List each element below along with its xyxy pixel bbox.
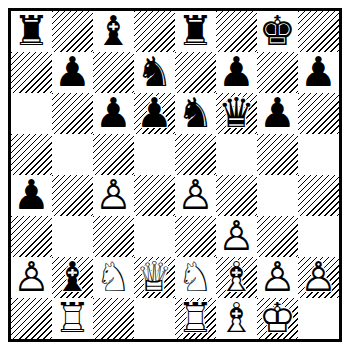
square-b3[interactable] — [52, 216, 93, 257]
piece-fill-silhouette: ♟ — [93, 93, 134, 134]
square-g6[interactable]: ♟♟ — [257, 93, 298, 134]
piece-glyph: ♗ — [216, 257, 257, 298]
piece-glyph: ♟ — [134, 93, 175, 134]
piece-glyph: ♚ — [257, 11, 298, 52]
piece-white-knight[interactable]: ♞♘ — [93, 257, 134, 298]
piece-glyph: ♟ — [11, 175, 52, 216]
piece-glyph: ♟ — [216, 52, 257, 93]
square-e8[interactable]: ♜♜ — [175, 11, 216, 52]
square-b4[interactable] — [52, 175, 93, 216]
square-h5[interactable] — [298, 134, 339, 175]
piece-glyph: ♟ — [52, 52, 93, 93]
piece-black-bishop[interactable]: ♝♝ — [93, 11, 134, 52]
piece-fill-silhouette: ♝ — [52, 257, 93, 298]
square-a2[interactable]: ♟♙ — [11, 257, 52, 298]
square-a8[interactable]: ♜♜ — [11, 11, 52, 52]
piece-glyph: ♙ — [216, 216, 257, 257]
piece-glyph: ♝ — [52, 257, 93, 298]
square-b7[interactable]: ♟♟ — [52, 52, 93, 93]
piece-fill-silhouette: ♞ — [175, 93, 216, 134]
square-h4[interactable] — [298, 175, 339, 216]
square-e7[interactable] — [175, 52, 216, 93]
piece-glyph: ♘ — [175, 257, 216, 298]
square-a5[interactable] — [11, 134, 52, 175]
square-d3[interactable] — [134, 216, 175, 257]
piece-fill-silhouette: ♟ — [216, 216, 257, 257]
piece-fill-silhouette: ♟ — [257, 257, 298, 298]
square-c7[interactable] — [93, 52, 134, 93]
square-h8[interactable] — [298, 11, 339, 52]
square-h6[interactable] — [298, 93, 339, 134]
piece-white-pawn[interactable]: ♟♙ — [257, 257, 298, 298]
square-a1[interactable] — [11, 298, 52, 339]
piece-fill-silhouette: ♛ — [216, 93, 257, 134]
square-g1[interactable]: ♚♔ — [257, 298, 298, 339]
square-c6[interactable]: ♟♟ — [93, 93, 134, 134]
square-c2[interactable]: ♞♘ — [93, 257, 134, 298]
square-g5[interactable] — [257, 134, 298, 175]
square-f6[interactable]: ♛♛ — [216, 93, 257, 134]
chess-board: ♜♜♝♝♜♜♚♚♟♟♞♞♟♟♟♟♟♟♟♟♞♞♛♛♟♟♟♟♟♙♟♙♟♙♟♙♝♝♞♘… — [8, 8, 342, 342]
piece-white-pawn[interactable]: ♟♙ — [93, 175, 134, 216]
square-a6[interactable] — [11, 93, 52, 134]
piece-white-rook[interactable]: ♜♖ — [52, 298, 93, 339]
square-d4[interactable] — [134, 175, 175, 216]
piece-fill-silhouette: ♝ — [93, 11, 134, 52]
piece-black-pawn[interactable]: ♟♟ — [298, 52, 339, 93]
piece-fill-silhouette: ♜ — [175, 11, 216, 52]
piece-black-pawn[interactable]: ♟♟ — [11, 175, 52, 216]
piece-fill-silhouette: ♝ — [216, 298, 257, 339]
piece-black-pawn[interactable]: ♟♟ — [216, 52, 257, 93]
square-b8[interactable] — [52, 11, 93, 52]
piece-fill-silhouette: ♟ — [93, 175, 134, 216]
piece-fill-silhouette: ♟ — [52, 52, 93, 93]
square-f8[interactable] — [216, 11, 257, 52]
square-g2[interactable]: ♟♙ — [257, 257, 298, 298]
square-f2[interactable]: ♝♗ — [216, 257, 257, 298]
piece-fill-silhouette: ♟ — [11, 257, 52, 298]
chess-diagram-page: ♜♜♝♝♜♜♚♚♟♟♞♞♟♟♟♟♟♟♟♟♞♞♛♛♟♟♟♟♟♙♟♙♟♙♟♙♝♝♞♘… — [0, 0, 350, 350]
piece-fill-silhouette: ♟ — [11, 175, 52, 216]
square-f5[interactable] — [216, 134, 257, 175]
piece-fill-silhouette: ♜ — [11, 11, 52, 52]
square-e1[interactable]: ♜♖ — [175, 298, 216, 339]
square-f4[interactable] — [216, 175, 257, 216]
square-a3[interactable] — [11, 216, 52, 257]
square-f7[interactable]: ♟♟ — [216, 52, 257, 93]
piece-white-bishop[interactable]: ♝♗ — [216, 257, 257, 298]
square-c1[interactable] — [93, 298, 134, 339]
piece-glyph: ♛ — [216, 93, 257, 134]
square-c4[interactable]: ♟♙ — [93, 175, 134, 216]
square-e2[interactable]: ♞♘ — [175, 257, 216, 298]
piece-black-pawn[interactable]: ♟♟ — [134, 93, 175, 134]
square-e3[interactable] — [175, 216, 216, 257]
square-e5[interactable] — [175, 134, 216, 175]
piece-fill-silhouette: ♜ — [52, 298, 93, 339]
piece-glyph: ♗ — [216, 298, 257, 339]
square-g7[interactable] — [257, 52, 298, 93]
piece-glyph: ♟ — [298, 52, 339, 93]
square-b6[interactable] — [52, 93, 93, 134]
piece-black-knight[interactable]: ♞♞ — [175, 93, 216, 134]
piece-fill-silhouette: ♝ — [216, 257, 257, 298]
piece-fill-silhouette: ♟ — [298, 257, 339, 298]
square-f1[interactable]: ♝♗ — [216, 298, 257, 339]
piece-black-knight[interactable]: ♞♞ — [134, 52, 175, 93]
piece-glyph: ♞ — [175, 93, 216, 134]
square-b2[interactable]: ♝♝ — [52, 257, 93, 298]
piece-glyph: ♝ — [93, 11, 134, 52]
piece-glyph: ♙ — [298, 257, 339, 298]
piece-fill-silhouette: ♛ — [134, 257, 175, 298]
square-g4[interactable] — [257, 175, 298, 216]
piece-fill-silhouette: ♟ — [257, 93, 298, 134]
square-g3[interactable] — [257, 216, 298, 257]
piece-white-knight[interactable]: ♞♘ — [175, 257, 216, 298]
square-h3[interactable] — [298, 216, 339, 257]
square-b5[interactable] — [52, 134, 93, 175]
piece-glyph: ♟ — [93, 93, 134, 134]
piece-fill-silhouette: ♟ — [298, 52, 339, 93]
piece-glyph: ♞ — [134, 52, 175, 93]
piece-fill-silhouette: ♚ — [257, 298, 298, 339]
square-c8[interactable]: ♝♝ — [93, 11, 134, 52]
square-e6[interactable]: ♞♞ — [175, 93, 216, 134]
square-h1[interactable] — [298, 298, 339, 339]
square-h7[interactable]: ♟♟ — [298, 52, 339, 93]
square-c3[interactable] — [93, 216, 134, 257]
square-e4[interactable]: ♟♙ — [175, 175, 216, 216]
piece-glyph: ♖ — [175, 298, 216, 339]
square-d6[interactable]: ♟♟ — [134, 93, 175, 134]
piece-black-pawn[interactable]: ♟♟ — [257, 93, 298, 134]
piece-glyph: ♖ — [52, 298, 93, 339]
square-h2[interactable]: ♟♙ — [298, 257, 339, 298]
piece-white-pawn[interactable]: ♟♙ — [175, 175, 216, 216]
square-f3[interactable]: ♟♙ — [216, 216, 257, 257]
square-d1[interactable] — [134, 298, 175, 339]
piece-glyph: ♜ — [175, 11, 216, 52]
square-a4[interactable]: ♟♟ — [11, 175, 52, 216]
piece-fill-silhouette: ♟ — [216, 52, 257, 93]
piece-glyph: ♙ — [175, 175, 216, 216]
piece-glyph: ♘ — [93, 257, 134, 298]
square-b1[interactable]: ♜♖ — [52, 298, 93, 339]
piece-black-rook[interactable]: ♜♜ — [11, 11, 52, 52]
piece-glyph: ♙ — [93, 175, 134, 216]
piece-fill-silhouette: ♞ — [134, 52, 175, 93]
piece-glyph: ♕ — [134, 257, 175, 298]
piece-fill-silhouette: ♞ — [93, 257, 134, 298]
piece-white-pawn[interactable]: ♟♙ — [216, 216, 257, 257]
piece-white-pawn[interactable]: ♟♙ — [298, 257, 339, 298]
piece-glyph: ♟ — [257, 93, 298, 134]
piece-white-rook[interactable]: ♜♖ — [175, 298, 216, 339]
square-d8[interactable] — [134, 11, 175, 52]
piece-black-pawn[interactable]: ♟♟ — [52, 52, 93, 93]
piece-black-queen[interactable]: ♛♛ — [216, 93, 257, 134]
piece-glyph: ♙ — [257, 257, 298, 298]
piece-white-bishop[interactable]: ♝♗ — [216, 298, 257, 339]
square-g8[interactable]: ♚♚ — [257, 11, 298, 52]
square-d7[interactable]: ♞♞ — [134, 52, 175, 93]
piece-glyph: ♜ — [11, 11, 52, 52]
piece-black-bishop[interactable]: ♝♝ — [52, 257, 93, 298]
piece-black-rook[interactable]: ♜♜ — [175, 11, 216, 52]
piece-white-queen[interactable]: ♛♕ — [134, 257, 175, 298]
square-c5[interactable] — [93, 134, 134, 175]
square-d2[interactable]: ♛♕ — [134, 257, 175, 298]
piece-glyph: ♙ — [11, 257, 52, 298]
piece-fill-silhouette: ♜ — [175, 298, 216, 339]
piece-glyph: ♔ — [257, 298, 298, 339]
piece-white-king[interactable]: ♚♔ — [257, 298, 298, 339]
piece-fill-silhouette: ♞ — [175, 257, 216, 298]
piece-fill-silhouette: ♚ — [257, 11, 298, 52]
piece-fill-silhouette: ♟ — [175, 175, 216, 216]
square-d5[interactable] — [134, 134, 175, 175]
piece-black-king[interactable]: ♚♚ — [257, 11, 298, 52]
square-a7[interactable] — [11, 52, 52, 93]
piece-black-pawn[interactable]: ♟♟ — [93, 93, 134, 134]
piece-white-pawn[interactable]: ♟♙ — [11, 257, 52, 298]
piece-fill-silhouette: ♟ — [134, 93, 175, 134]
